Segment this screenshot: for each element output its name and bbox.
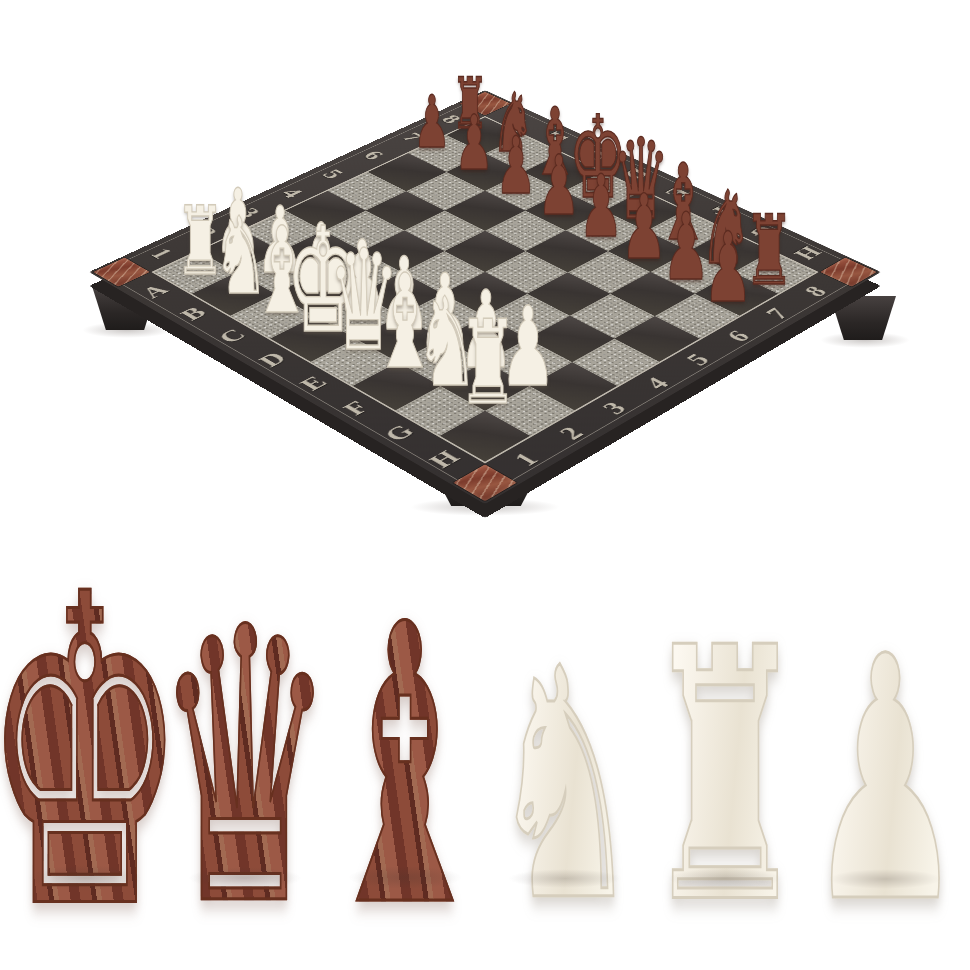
marble-chess-set-photo: ABCDEFGH ABCDEFGH 12345678 12345678 ♜♞♝♚… [0, 0, 970, 970]
white-rook-glyph: ♜ [642, 603, 808, 951]
white-knight-glyph: ♞ [489, 627, 641, 945]
board-grid [154, 117, 816, 461]
showcase-white-pawn: ♟ [810, 703, 960, 927]
red-queen-glyph: ♛ [155, 579, 336, 957]
white-pawn-glyph: ♟ [805, 613, 966, 949]
showcase-white-knight: ♞ [490, 712, 640, 924]
showcase-row: ♚♛♝♞♜♟ [6, 452, 964, 970]
showcase-red-bishop: ♝ [330, 677, 480, 933]
red-bishop-glyph: ♝ [313, 575, 497, 959]
board-surface: ABCDEFGH ABCDEFGH 12345678 12345678 [89, 90, 881, 504]
showcase-red-king: ♚ [10, 654, 160, 939]
chess-board: ABCDEFGH ABCDEFGH 12345678 12345678 [89, 90, 881, 504]
showcase-white-rook: ♜ [650, 696, 800, 928]
showcase-red-queen: ♛ [170, 680, 320, 932]
